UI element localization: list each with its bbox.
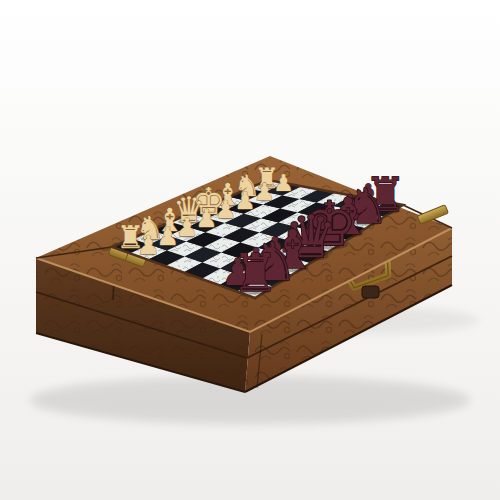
svg-text:♟: ♟ xyxy=(234,187,256,215)
chess-set-photo: ♜♟♞♟♝♟♟♜♚♟♟♛♞♟♟♝♝♟♞♟♟♚♜♟♟♛♟♝♟♞♟♜ xyxy=(0,0,500,500)
svg-text:♟: ♟ xyxy=(254,178,275,206)
svg-text:♟: ♟ xyxy=(215,195,237,224)
svg-text:♟: ♟ xyxy=(137,230,160,260)
piece-white-pawn-g2: ♟ xyxy=(254,178,275,206)
piece-black-rook-a8: ♜ xyxy=(232,243,279,303)
svg-text:♟: ♟ xyxy=(273,169,294,197)
piece-white-pawn-f2: ♟ xyxy=(234,187,256,215)
piece-white-pawn-e2: ♟ xyxy=(215,195,237,224)
svg-text:♟: ♟ xyxy=(195,204,217,233)
latch-knob xyxy=(362,286,379,298)
piece-white-pawn-a2: ♟ xyxy=(137,230,160,260)
piece-white-pawn-h2: ♟ xyxy=(273,169,294,197)
piece-white-pawn-d2: ♟ xyxy=(195,204,217,233)
svg-text:♜: ♜ xyxy=(232,243,279,303)
product-photo-scene: ♜♟♞♟♝♟♟♜♚♟♟♛♞♟♟♝♝♟♞♟♟♚♜♟♟♛♟♝♟♞♟♜ xyxy=(0,0,500,500)
